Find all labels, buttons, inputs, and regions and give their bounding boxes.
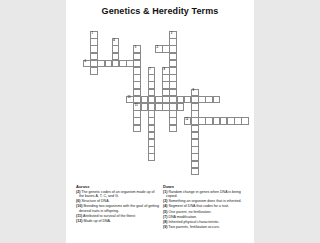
crossword-cell[interactable] [213, 96, 221, 104]
down-clues: Down (1) Random change in genes when DNA… [163, 184, 249, 230]
page-title: Genetics & Heredity Terms [66, 6, 254, 16]
clue-number: 11 [135, 104, 138, 107]
down-header: Down [163, 184, 249, 189]
across-clues: Across (2) The genetic codes of an organ… [76, 184, 160, 224]
crossword-worksheet: Genetics & Heredity Terms 13452678910111… [66, 0, 254, 243]
clue-down: (9) Two parents, fertilization occurs. [163, 225, 249, 229]
clue-number: 10 [128, 96, 131, 99]
clue-number: 7 [149, 68, 151, 71]
down-clue-list: (1) Random change in genes when DNA is b… [163, 190, 249, 229]
clue-down: (7) DNA modification. [163, 215, 249, 219]
clue-down: (8) Inherited physical characteristic. [163, 220, 249, 224]
clue-across: (6) Structure of DNA. [76, 199, 160, 203]
crossword-cell[interactable] [148, 153, 156, 161]
clue-number: 5 [135, 46, 137, 49]
crossword-cell[interactable] [169, 125, 177, 133]
clue-number: 4 [113, 39, 115, 42]
clue-number: 8 [164, 68, 166, 71]
clue-across: (10) Breeding two organisms with the goa… [76, 204, 160, 213]
crossword-grid: 134526789101112 [83, 31, 249, 176]
clue-down: (1) Random change in genes when DNA is b… [163, 190, 249, 199]
clue-across: (12) Made up of DNA. [76, 219, 160, 223]
clue-down: (4) Segment of DNA that codes for a trai… [163, 204, 249, 208]
clue-number: 12 [185, 118, 188, 121]
across-clue-list: (2) The genetic codes of an organism mad… [76, 190, 160, 224]
clue-number: 1 [92, 32, 94, 35]
clue-number: 6 [84, 60, 86, 63]
clue-number: 2 [156, 46, 158, 49]
crossword-cell[interactable] [177, 103, 185, 111]
clue-number: 3 [171, 32, 173, 35]
clue-down: (3) Something an organism does that is i… [163, 199, 249, 203]
clue-across: (2) The genetic codes of an organism mad… [76, 190, 160, 199]
across-header: Across [76, 184, 160, 189]
crossword-cell[interactable] [90, 67, 98, 75]
crossword-cell[interactable] [191, 168, 199, 176]
crossword-cell[interactable] [241, 117, 249, 125]
crossword-cell[interactable] [133, 125, 141, 133]
clue-down: (5) One parent, no fertilization. [163, 210, 249, 214]
clue-number: 9 [192, 89, 194, 92]
clue-across: (11) Attributed to survival of the fitte… [76, 214, 160, 218]
